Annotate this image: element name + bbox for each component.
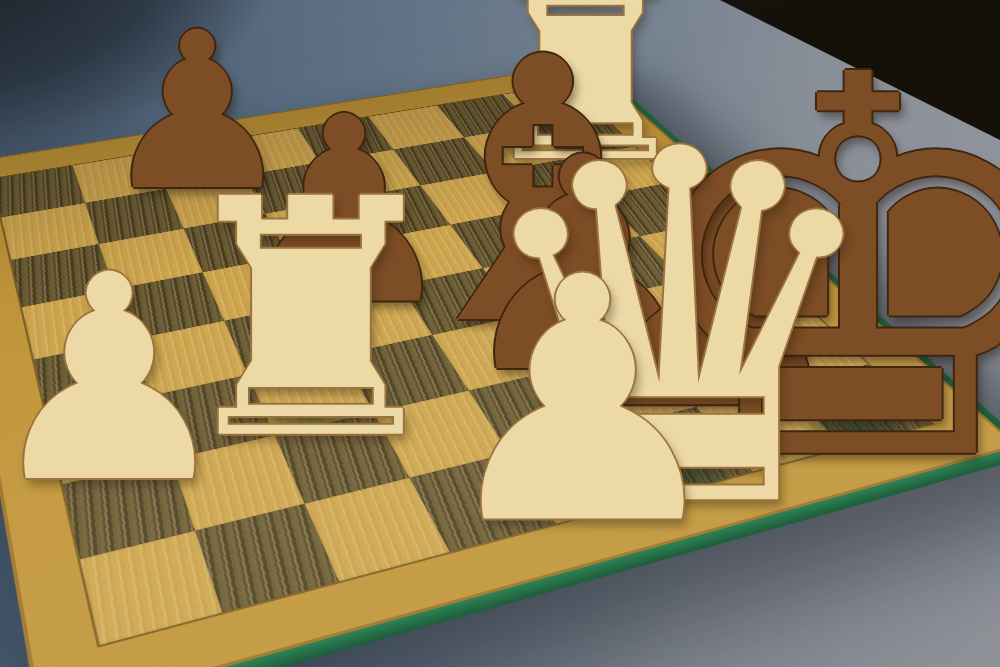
white-pawn-a3[interactable]: ♟ xyxy=(0,238,237,522)
white-pawn-e1[interactable]: ♟ xyxy=(432,233,734,570)
photo-scene: ♜♟♟♝♟♟♜♚♟♛♟ xyxy=(0,0,1000,667)
